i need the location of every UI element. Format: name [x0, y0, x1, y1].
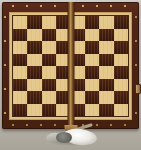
square-f3[interactable]: [85, 79, 99, 92]
square-a6[interactable]: [13, 41, 27, 54]
square-b1[interactable]: [27, 104, 41, 117]
square-f4[interactable]: [85, 66, 99, 79]
square-c7[interactable]: [42, 29, 56, 42]
square-f1[interactable]: [85, 104, 99, 117]
square-c5[interactable]: [42, 54, 56, 67]
square-c2[interactable]: [42, 91, 56, 104]
square-h2[interactable]: [114, 91, 128, 104]
square-h1[interactable]: [114, 104, 128, 117]
square-a2[interactable]: [13, 91, 27, 104]
square-a3[interactable]: [13, 79, 27, 92]
square-a7[interactable]: [13, 29, 27, 42]
square-f6[interactable]: [85, 41, 99, 54]
square-g5[interactable]: [99, 54, 113, 67]
square-g2[interactable]: [99, 91, 113, 104]
photo-background: [0, 0, 141, 150]
square-h6[interactable]: [114, 41, 128, 54]
fallen-piece[interactable]: [46, 125, 100, 148]
fallen-piece-head: [56, 132, 72, 143]
square-c4[interactable]: [42, 66, 56, 79]
frame-studs-right: [135, 16, 137, 115]
square-c3[interactable]: [42, 79, 56, 92]
square-a4[interactable]: [13, 66, 27, 79]
square-c1[interactable]: [42, 104, 56, 117]
square-b7[interactable]: [27, 29, 41, 42]
square-b4[interactable]: [27, 66, 41, 79]
square-a5[interactable]: [13, 54, 27, 67]
square-h7[interactable]: [114, 29, 128, 42]
square-c8[interactable]: [42, 16, 56, 29]
square-h4[interactable]: [114, 66, 128, 79]
square-f5[interactable]: [85, 54, 99, 67]
square-g3[interactable]: [99, 79, 113, 92]
square-g1[interactable]: [99, 104, 113, 117]
square-f8[interactable]: [85, 16, 99, 29]
square-g8[interactable]: [99, 16, 113, 29]
square-f7[interactable]: [85, 29, 99, 42]
square-a8[interactable]: [13, 16, 27, 29]
chess-board: [2, 2, 139, 129]
square-b8[interactable]: [27, 16, 41, 29]
square-h8[interactable]: [114, 16, 128, 29]
square-a1[interactable]: [13, 104, 27, 117]
square-g4[interactable]: [99, 66, 113, 79]
square-h3[interactable]: [114, 79, 128, 92]
square-b2[interactable]: [27, 91, 41, 104]
square-c6[interactable]: [42, 41, 56, 54]
square-g6[interactable]: [99, 41, 113, 54]
square-h5[interactable]: [114, 54, 128, 67]
square-b3[interactable]: [27, 79, 41, 92]
square-b6[interactable]: [27, 41, 41, 54]
clasp-latch: [135, 84, 141, 94]
frame-studs-left: [4, 16, 6, 115]
square-g7[interactable]: [99, 29, 113, 42]
fold-hinge: [67, 2, 74, 129]
square-b5[interactable]: [27, 54, 41, 67]
square-f2[interactable]: [85, 91, 99, 104]
